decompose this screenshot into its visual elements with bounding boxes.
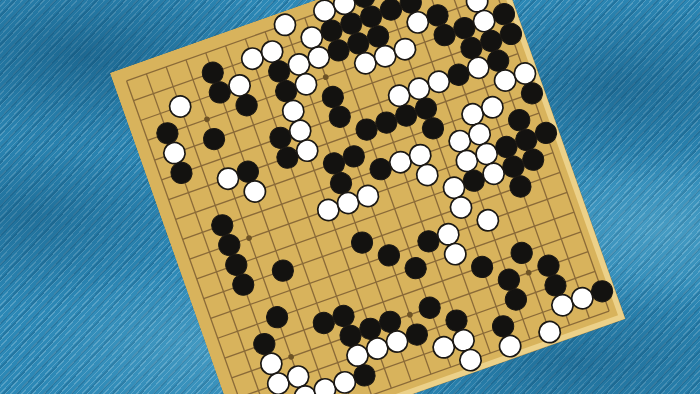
illustration-scene (0, 0, 700, 394)
